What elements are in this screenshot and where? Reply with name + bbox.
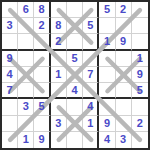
cell-r8c2[interactable] [18,116,34,132]
cell-r4c1[interactable]: 9 [2,51,18,67]
cell-r2c6[interactable]: 5 [83,18,99,34]
cell-digit: 1 [23,134,29,145]
cell-r1c7[interactable]: 5 [99,2,115,18]
cell-r4c4[interactable] [51,51,67,67]
cell-r1c4[interactable] [51,2,67,18]
cell-digit: 4 [7,69,13,80]
cell-digit: 5 [104,4,110,15]
cell-r3c5[interactable] [67,34,83,50]
cell-r5c5[interactable] [67,67,83,83]
cell-r5c1[interactable]: 4 [2,67,18,83]
cell-digit: 2 [137,118,143,129]
cell-r4c5[interactable]: 5 [67,51,83,67]
cell-digit: 3 [120,134,126,145]
cell-digit: 5 [38,101,44,112]
cell-digit: 7 [87,69,93,80]
cell-r3c8[interactable]: 9 [116,34,132,50]
cell-r8c4[interactable]: 3 [51,116,67,132]
cell-r5c9[interactable]: 9 [132,67,148,83]
cell-r9c1[interactable] [2,132,18,148]
cell-r6c1[interactable]: 7 [2,83,18,99]
cell-r2c8[interactable] [116,18,132,34]
cell-digit: 1 [104,36,110,47]
cell-r6c9[interactable]: 5 [132,83,148,99]
cell-r4c6[interactable] [83,51,99,67]
cell-r4c7[interactable] [99,51,115,67]
cell-digit: 5 [137,85,143,96]
cell-r5c8[interactable] [116,67,132,83]
sudoku-board: 68523285219951417974535431921943 [0,0,150,150]
cell-digit: 1 [87,118,93,129]
cell-r6c5[interactable]: 4 [67,83,83,99]
cell-r1c5[interactable] [67,2,83,18]
cell-r3c3[interactable] [34,34,50,50]
cell-r4c2[interactable] [18,51,34,67]
cell-r2c2[interactable] [18,18,34,34]
cell-r3c2[interactable] [18,34,34,50]
cell-r7c4[interactable] [51,99,67,115]
cell-digit: 5 [87,20,93,31]
cell-r3c9[interactable] [132,34,148,50]
cell-digit: 9 [120,36,126,47]
cell-r8c6[interactable]: 1 [83,116,99,132]
cell-r3c6[interactable] [83,34,99,50]
cell-r2c4[interactable]: 8 [51,18,67,34]
cell-digit: 4 [104,134,110,145]
cell-r4c3[interactable] [34,51,50,67]
cell-digit: 6 [23,4,29,15]
cell-r4c8[interactable] [116,51,132,67]
cell-r9c8[interactable]: 3 [116,132,132,148]
cell-r6c2[interactable] [18,83,34,99]
cell-r9c6[interactable] [83,132,99,148]
cell-r7c1[interactable] [2,99,18,115]
cell-r8c7[interactable]: 9 [99,116,115,132]
cell-r8c1[interactable] [2,116,18,132]
cell-r8c3[interactable] [34,116,50,132]
cell-r2c3[interactable]: 2 [34,18,50,34]
cell-r6c3[interactable] [34,83,50,99]
cell-r5c3[interactable] [34,67,50,83]
cell-r6c6[interactable] [83,83,99,99]
cell-r7c5[interactable] [67,99,83,115]
cell-digit: 9 [137,69,143,80]
cell-digit: 1 [55,69,61,80]
cell-r9c7[interactable]: 4 [99,132,115,148]
cell-r9c9[interactable] [132,132,148,148]
cell-r2c5[interactable] [67,18,83,34]
cell-r8c8[interactable] [116,116,132,132]
cell-r6c8[interactable] [116,83,132,99]
cell-r9c5[interactable] [67,132,83,148]
cell-r8c5[interactable] [67,116,83,132]
cell-r2c9[interactable] [132,18,148,34]
cell-digit: 2 [120,4,126,15]
cell-r7c9[interactable] [132,99,148,115]
cell-r3c4[interactable]: 2 [51,34,67,50]
cell-digit: 5 [71,53,77,64]
cell-digit: 7 [7,85,13,96]
cell-digit: 2 [38,20,44,31]
cell-r5c2[interactable] [18,67,34,83]
cell-digit: 9 [104,118,110,129]
cell-digit: 3 [23,101,29,112]
cell-r3c7[interactable]: 1 [99,34,115,50]
cell-r4c9[interactable]: 1 [132,51,148,67]
cell-digit: 9 [38,134,44,145]
cell-r7c6[interactable]: 4 [83,99,99,115]
cell-r9c4[interactable] [51,132,67,148]
cell-r2c7[interactable] [99,18,115,34]
cell-digit: 2 [55,36,61,47]
cell-r7c2[interactable]: 3 [18,99,34,115]
cell-digit: 9 [7,53,13,64]
cell-r6c4[interactable] [51,83,67,99]
cell-r7c8[interactable] [116,99,132,115]
cell-r6c7[interactable] [99,83,115,99]
cell-r1c8[interactable]: 2 [116,2,132,18]
cell-digit: 8 [55,20,61,31]
cell-digit: 3 [55,118,61,129]
cell-r1c9[interactable] [132,2,148,18]
cell-r7c7[interactable] [99,99,115,115]
cell-digit: 4 [71,85,77,96]
cell-r1c6[interactable] [83,2,99,18]
cell-r5c7[interactable] [99,67,115,83]
cell-r1c2[interactable]: 6 [18,2,34,18]
cell-r5c4[interactable]: 1 [51,67,67,83]
cell-digit: 1 [137,53,143,64]
cell-digit: 8 [38,4,44,15]
cell-r7c3[interactable]: 5 [34,99,50,115]
cell-r8c9[interactable]: 2 [132,116,148,132]
cell-r9c2[interactable]: 1 [18,132,34,148]
cell-r5c6[interactable]: 7 [83,67,99,83]
cell-r1c1[interactable] [2,2,18,18]
cell-r9c3[interactable]: 9 [34,132,50,148]
cell-r2c1[interactable]: 3 [2,18,18,34]
cell-r1c3[interactable]: 8 [34,2,50,18]
cell-digit: 4 [87,101,93,112]
sudoku-grid: 68523285219951417974535431921943 [2,2,148,148]
cell-digit: 3 [7,20,13,31]
cell-r3c1[interactable] [2,34,18,50]
